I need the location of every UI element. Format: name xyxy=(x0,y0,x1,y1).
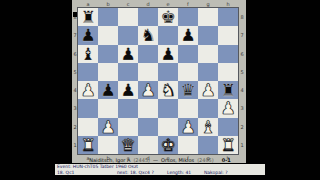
rank-label-1: 1 xyxy=(73,136,78,154)
square-a7: ♟ xyxy=(78,26,98,44)
piece-black-bishop-a6: ♝ xyxy=(80,45,95,63)
square-c6: ♟ xyxy=(118,45,138,63)
square-g4: ♟ xyxy=(198,81,218,99)
square-d6 xyxy=(138,45,158,63)
piece-black-queen-f4: ♛ xyxy=(180,81,195,99)
square-f3 xyxy=(178,99,198,117)
piece-white-bishop-g2: ♝ xyxy=(200,118,215,136)
piece-white-pawn-f2: ♟ xyxy=(180,118,195,136)
piece-white-pawn-g4: ♟ xyxy=(200,81,215,99)
rank-label-8: 8 xyxy=(240,8,245,26)
square-a3 xyxy=(78,99,98,117)
piece-white-rook-h1: ♜ xyxy=(220,136,235,154)
extra-text: Nakopal: ? xyxy=(204,170,228,175)
piece-white-knight-e4: ♞ xyxy=(160,81,175,99)
square-e4: ♞ xyxy=(158,81,178,99)
file-label-b: b xyxy=(98,1,118,7)
square-g3 xyxy=(198,99,218,117)
square-a6: ♝ xyxy=(78,45,98,63)
rank-label-6: 6 xyxy=(73,45,78,63)
square-b3 xyxy=(98,99,118,117)
piece-white-pawn-b2: ♟ xyxy=(100,118,115,136)
rank-label-3: 3 xyxy=(73,99,78,117)
piece-black-knight-d7: ♞ xyxy=(140,26,155,44)
next-move-text: next: 18. Qxc4 ? xyxy=(117,170,154,175)
rank-label-4: 4 xyxy=(240,81,245,99)
piece-white-pawn-d4: ♟ xyxy=(140,81,155,99)
square-b8 xyxy=(98,8,118,26)
square-h5 xyxy=(218,63,238,81)
square-f6 xyxy=(178,45,198,63)
square-c1: ♛ xyxy=(118,136,138,154)
square-e7 xyxy=(158,26,178,44)
square-h3: ♟ xyxy=(218,99,238,117)
square-e8: ♚ xyxy=(158,8,178,26)
black-player-name: Orsos, Miklos xyxy=(161,157,194,163)
square-c4: ♟ xyxy=(118,81,138,99)
piece-black-pawn-c4: ♟ xyxy=(120,81,135,99)
black-player-elo: (2405) xyxy=(197,157,214,163)
square-b5 xyxy=(98,63,118,81)
video-frame: abcdefgh abcdefgh 87654321 87654321 ♜♚♟♞… xyxy=(0,0,320,180)
game-result: 0-1 xyxy=(222,157,231,163)
file-label-a: a xyxy=(78,1,98,7)
piece-black-pawn-b4: ♟ xyxy=(100,81,115,99)
square-a5 xyxy=(78,63,98,81)
piece-white-king-e1: ♚ xyxy=(160,136,175,154)
square-f7: ♟ xyxy=(178,26,198,44)
square-d3 xyxy=(138,99,158,117)
white-player-name: Naiditsch, Igor A xyxy=(89,157,130,163)
piece-black-pawn-a7: ♟ xyxy=(80,26,95,44)
square-d8 xyxy=(138,8,158,26)
rank-label-2: 2 xyxy=(240,118,245,136)
square-e2 xyxy=(158,118,178,136)
length-text: Length: 41 xyxy=(167,170,191,175)
square-b1 xyxy=(98,136,118,154)
square-g2: ♝ xyxy=(198,118,218,136)
rank-label-4: 4 xyxy=(73,81,78,99)
players-caption: Naiditsch, Igor A (2445) — Orsos, Miklos… xyxy=(72,157,248,164)
file-label-d: d xyxy=(138,1,158,7)
players-separator: — xyxy=(153,157,158,163)
square-g1 xyxy=(198,136,218,154)
file-labels-top: abcdefgh xyxy=(78,1,238,7)
square-h2 xyxy=(218,118,238,136)
square-h1: ♜ xyxy=(218,136,238,154)
square-d7: ♞ xyxy=(138,26,158,44)
square-h8 xyxy=(218,8,238,26)
piece-white-pawn-a4: ♟ xyxy=(80,81,95,99)
square-g5 xyxy=(198,63,218,81)
rank-label-5: 5 xyxy=(240,63,245,81)
piece-black-rook-a8: ♜ xyxy=(80,8,95,26)
square-f8 xyxy=(178,8,198,26)
square-g6 xyxy=(198,45,218,63)
piece-black-pawn-c6: ♟ xyxy=(120,45,135,63)
rank-label-5: 5 xyxy=(73,63,78,81)
square-d1 xyxy=(138,136,158,154)
square-a1: ♜ xyxy=(78,136,98,154)
piece-black-king-e8: ♚ xyxy=(160,8,175,26)
file-label-g: g xyxy=(198,1,218,7)
square-f1 xyxy=(178,136,198,154)
square-g7 xyxy=(198,26,218,44)
rank-label-1: 1 xyxy=(240,136,245,154)
square-d2 xyxy=(138,118,158,136)
file-label-h: h xyxy=(218,1,238,7)
piece-black-rook-h4: ♜ xyxy=(220,81,235,99)
rank-labels-right: 87654321 xyxy=(240,8,245,154)
rank-label-7: 7 xyxy=(73,26,78,44)
square-d5 xyxy=(138,63,158,81)
square-c7 xyxy=(118,26,138,44)
square-c2 xyxy=(118,118,138,136)
piece-white-pawn-h3: ♟ xyxy=(220,99,235,117)
square-e6: ♟ xyxy=(158,45,178,63)
rank-labels-left: 87654321 xyxy=(73,8,78,154)
square-h7 xyxy=(218,26,238,44)
square-f4: ♛ xyxy=(178,81,198,99)
piece-white-rook-a1: ♜ xyxy=(80,136,95,154)
chess-board: ♜♚♟♞♟♝♟♟♟♟♟♟♞♛♟♜♟♟♟♝♜♛♚♜ xyxy=(78,8,238,154)
square-e5 xyxy=(158,63,178,81)
piece-black-pawn-f7: ♟ xyxy=(180,26,195,44)
square-b4: ♟ xyxy=(98,81,118,99)
square-h4: ♜ xyxy=(218,81,238,99)
square-f2: ♟ xyxy=(178,118,198,136)
info-caption-bar: Event: HUN-chT05 Tatber 1960 Oszt 18. Qc… xyxy=(55,164,265,176)
square-d4: ♟ xyxy=(138,81,158,99)
square-a8: ♜ xyxy=(78,8,98,26)
square-h6 xyxy=(218,45,238,63)
square-b7 xyxy=(98,26,118,44)
rank-label-2: 2 xyxy=(73,118,78,136)
square-a4: ♟ xyxy=(78,81,98,99)
square-c5 xyxy=(118,63,138,81)
file-label-c: c xyxy=(118,1,138,7)
file-label-f: f xyxy=(178,1,198,7)
piece-black-pawn-e6: ♟ xyxy=(160,45,175,63)
square-g8 xyxy=(198,8,218,26)
square-e1: ♚ xyxy=(158,136,178,154)
square-c3 xyxy=(118,99,138,117)
rank-label-6: 6 xyxy=(240,45,245,63)
square-c8 xyxy=(118,8,138,26)
last-move-text: 18. Qc1 xyxy=(57,170,74,175)
event-text: Event: HUN-chT05 Tatber 1960 Oszt xyxy=(57,164,138,169)
square-a2 xyxy=(78,118,98,136)
square-b6 xyxy=(98,45,118,63)
file-label-e: e xyxy=(158,1,178,7)
piece-white-queen-c1: ♛ xyxy=(120,136,135,154)
rank-label-3: 3 xyxy=(240,99,245,117)
square-b2: ♟ xyxy=(98,118,118,136)
rank-label-7: 7 xyxy=(240,26,245,44)
white-player-elo: (2445) xyxy=(133,157,150,163)
square-e3 xyxy=(158,99,178,117)
square-f5 xyxy=(178,63,198,81)
